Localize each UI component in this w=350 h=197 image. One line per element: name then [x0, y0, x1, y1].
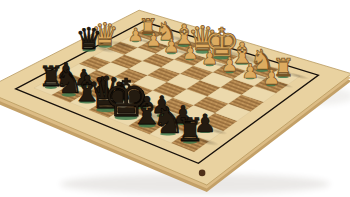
piece-white-pawn: ♟ [201, 49, 218, 68]
piece-white-pawn: ♟ [262, 68, 280, 88]
pieces-layer: ♜♞♟♝♛♟♛♛♟♚♟♝♟♞♟♜♟♟♟♟♜♟♞♟♝♟♛♟♚♟♝♟♞♜ [0, 0, 350, 197]
piece-white-pawn: ♟ [241, 61, 259, 81]
piece-white-pawn: ♟ [163, 37, 180, 56]
piece-white-pawn: ♟ [128, 26, 144, 44]
piece-black-rook: ♜ [176, 114, 205, 146]
extra-piece-black-queen: ♛ [76, 24, 103, 54]
piece-white-pawn: ♟ [182, 43, 199, 62]
piece-white-pawn: ♟ [145, 31, 161, 49]
piece-white-pawn: ♟ [221, 55, 239, 75]
chess-set-photo: ♜♞♟♝♛♟♛♛♟♚♟♝♟♞♟♜♟♟♟♟♜♟♞♟♝♟♛♟♚♟♝♟♞♜ [0, 0, 350, 197]
